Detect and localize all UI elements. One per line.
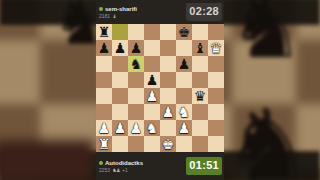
piece-black-pawn: ♟	[176, 56, 192, 72]
square-e2[interactable]	[160, 120, 176, 136]
square-d1[interactable]	[144, 136, 160, 152]
square-e7[interactable]	[160, 40, 176, 56]
opponent-clock: 02:28	[186, 3, 222, 20]
square-g8[interactable]	[192, 24, 208, 40]
piece-black-pawn: ♟	[144, 72, 160, 88]
piece-white-pawn: ♟	[176, 120, 192, 136]
square-e4[interactable]	[160, 88, 176, 104]
square-b3[interactable]	[112, 104, 128, 120]
piece-black-rook: ♜	[96, 24, 112, 40]
square-h1[interactable]	[208, 136, 224, 152]
square-f4[interactable]	[176, 88, 192, 104]
player-captured-pieces: ♞♟	[112, 167, 120, 173]
piece-white-pawn: ♟	[96, 120, 112, 136]
square-a5[interactable]	[96, 72, 112, 88]
square-c3[interactable]	[128, 104, 144, 120]
square-g7[interactable]: ♝	[192, 40, 208, 56]
square-b1[interactable]	[112, 136, 128, 152]
square-a3[interactable]	[96, 104, 112, 120]
square-d2[interactable]: ♞	[144, 120, 160, 136]
chess-board[interactable]: ♜♚♟♟♟♝♛♞♟♟♟♛♟♞♟♟♟♞♟♜♚	[96, 24, 224, 152]
square-c5[interactable]	[128, 72, 144, 88]
square-f5[interactable]	[176, 72, 192, 88]
piece-black-bishop: ♝	[192, 40, 208, 56]
square-d5[interactable]: ♟	[144, 72, 160, 88]
square-a2[interactable]: ♟	[96, 120, 112, 136]
square-a4[interactable]	[96, 88, 112, 104]
square-b4[interactable]	[112, 88, 128, 104]
player-info[interactable]: Autodidactks 2253 ♞♟ +1	[99, 160, 143, 173]
square-b6[interactable]	[112, 56, 128, 72]
piece-black-pawn: ♟	[128, 40, 144, 56]
square-g4[interactable]: ♛	[192, 88, 208, 104]
square-d3[interactable]	[144, 104, 160, 120]
piece-white-rook: ♜	[96, 136, 112, 152]
piece-black-pawn: ♟	[112, 40, 128, 56]
piece-black-queen: ♛	[192, 88, 208, 104]
piece-white-pawn: ♟	[128, 120, 144, 136]
square-g3[interactable]	[192, 104, 208, 120]
square-a8[interactable]: ♜	[96, 24, 112, 40]
square-b7[interactable]: ♟	[112, 40, 128, 56]
square-g1[interactable]	[192, 136, 208, 152]
opponent-name: sem-sharifi	[105, 6, 137, 12]
background-shadow	[0, 140, 94, 180]
square-e6[interactable]	[160, 56, 176, 72]
square-h8[interactable]	[208, 24, 224, 40]
square-f2[interactable]: ♟	[176, 120, 192, 136]
square-a1[interactable]: ♜	[96, 136, 112, 152]
player-name: Autodidactks	[105, 160, 143, 166]
square-g2[interactable]	[192, 120, 208, 136]
opponent-info[interactable]: sem-sharifi 2181 ♝	[99, 6, 137, 19]
square-e5[interactable]	[160, 72, 176, 88]
square-d7[interactable]	[144, 40, 160, 56]
screenshot-frame: ♞ ♞ ♞ sem-sharifi 2181 ♝ 02:28 ♜♚♟♟♟♝♛♞♟…	[0, 0, 320, 180]
square-d8[interactable]	[144, 24, 160, 40]
square-c1[interactable]	[128, 136, 144, 152]
square-d4[interactable]: ♟	[144, 88, 160, 104]
square-c7[interactable]: ♟	[128, 40, 144, 56]
square-e8[interactable]	[160, 24, 176, 40]
square-e3[interactable]: ♟	[160, 104, 176, 120]
piece-black-king: ♚	[176, 24, 192, 40]
square-g5[interactable]	[192, 72, 208, 88]
square-a6[interactable]	[96, 56, 112, 72]
square-c6[interactable]: ♞	[128, 56, 144, 72]
square-f1[interactable]	[176, 136, 192, 152]
piece-white-queen: ♛	[208, 40, 224, 56]
game-screen: sem-sharifi 2181 ♝ 02:28 ♜♚♟♟♟♝♛♞♟♟♟♛♟♞♟…	[96, 0, 224, 180]
piece-white-pawn: ♟	[112, 120, 128, 136]
online-indicator-icon	[99, 161, 103, 165]
square-e1[interactable]: ♚	[160, 136, 176, 152]
square-b5[interactable]	[112, 72, 128, 88]
square-c4[interactable]	[128, 88, 144, 104]
square-c2[interactable]: ♟	[128, 120, 144, 136]
opponent-captured-pieces: ♝	[112, 13, 116, 19]
square-f7[interactable]	[176, 40, 192, 56]
square-h4[interactable]	[208, 88, 224, 104]
square-h3[interactable]	[208, 104, 224, 120]
square-f3[interactable]: ♞	[176, 104, 192, 120]
square-d6[interactable]	[144, 56, 160, 72]
square-h5[interactable]	[208, 72, 224, 88]
opponent-rating: 2181	[99, 13, 110, 19]
square-h6[interactable]	[208, 56, 224, 72]
piece-white-knight: ♞	[144, 120, 160, 136]
online-indicator-icon	[99, 7, 103, 11]
square-c8[interactable]	[128, 24, 144, 40]
piece-black-pawn: ♟	[96, 40, 112, 56]
square-f6[interactable]: ♟	[176, 56, 192, 72]
player-clock: 01:51	[186, 157, 222, 174]
piece-white-king: ♚	[160, 136, 176, 152]
square-b8[interactable]	[112, 24, 128, 40]
piece-black-knight: ♞	[128, 56, 144, 72]
square-b2[interactable]: ♟	[112, 120, 128, 136]
material-advantage: +1	[122, 167, 128, 173]
square-h7[interactable]: ♛	[208, 40, 224, 56]
square-g6[interactable]	[192, 56, 208, 72]
piece-white-knight: ♞	[176, 104, 192, 120]
square-a7[interactable]: ♟	[96, 40, 112, 56]
square-f8[interactable]: ♚	[176, 24, 192, 40]
player-rating: 2253	[99, 167, 110, 173]
square-h2[interactable]	[208, 120, 224, 136]
player-bar: Autodidactks 2253 ♞♟ +1 01:51	[96, 152, 224, 180]
opponent-bar: sem-sharifi 2181 ♝ 02:28	[96, 0, 224, 24]
piece-white-pawn: ♟	[144, 88, 160, 104]
piece-white-pawn: ♟	[160, 104, 176, 120]
